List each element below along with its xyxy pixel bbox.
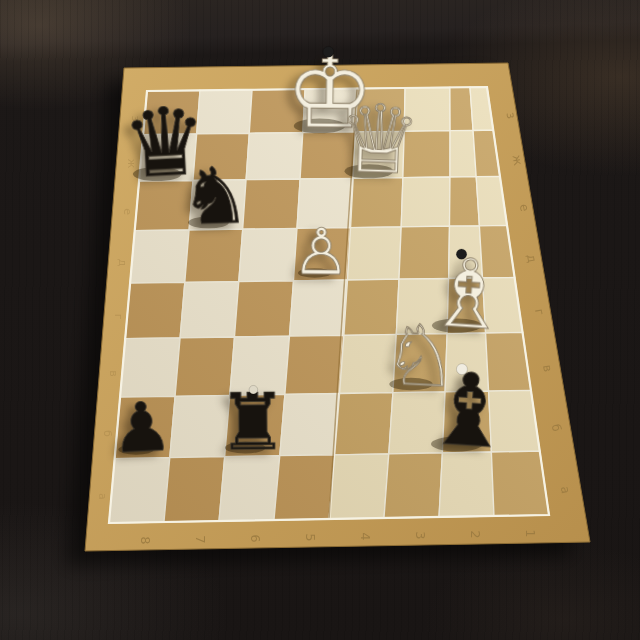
white-queen-glyph: ♕ — [335, 84, 423, 196]
white-pawn-glyph: ♙ — [292, 215, 350, 290]
piece-black-bishop-b2[interactable]: ♝ — [421, 349, 518, 472]
contrasting-finial — [456, 249, 466, 259]
piece-white-pawn-e5[interactable]: ♙ — [292, 215, 350, 290]
file-label-left-а: а — [96, 493, 109, 500]
piece-black-knight-f7[interactable]: ♞ — [179, 150, 252, 242]
table-surface: 87654321зжедгвбазжедгвба♔♛♕♞♙♗♘♜♝♟ — [0, 0, 640, 640]
rank-label-bottom-6: 6 — [248, 534, 263, 542]
rank-label-bottom-5: 5 — [303, 533, 318, 541]
contrasting-finial — [456, 364, 467, 375]
file-label-left-в: в — [107, 370, 120, 376]
rank-label-bottom-7: 7 — [193, 535, 208, 543]
chess-board-photo: 87654321зжедгвбазжедгвба♔♛♕♞♙♗♘♜♝♟ — [0, 0, 640, 640]
rank-label-bottom-4: 4 — [358, 532, 373, 540]
black-pawn-glyph: ♟ — [109, 386, 174, 468]
rank-label-bottom-1: 1 — [523, 529, 538, 537]
file-label-left-г: г — [112, 314, 125, 320]
file-label-left-е: е — [121, 208, 134, 215]
rank-label-bottom-8: 8 — [138, 536, 153, 544]
piece-black-rook-b6[interactable]: ♜ — [217, 376, 288, 467]
contrasting-finial — [323, 46, 334, 57]
file-label-left-д: д — [116, 259, 129, 267]
rank-label-bottom-3: 3 — [413, 531, 428, 539]
black-bishop-glyph: ♝ — [421, 349, 518, 472]
rank-label-bottom-2: 2 — [468, 530, 483, 538]
piece-white-queen-g4[interactable]: ♕ — [335, 84, 423, 196]
contrasting-finial — [249, 385, 258, 394]
black-knight-glyph: ♞ — [179, 150, 252, 242]
piece-black-pawn-b8[interactable]: ♟ — [109, 386, 174, 468]
